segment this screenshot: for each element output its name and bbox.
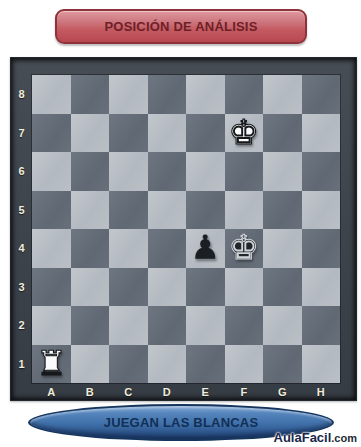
square-b5 bbox=[71, 191, 110, 230]
square-h5 bbox=[302, 191, 341, 230]
square-b6 bbox=[71, 152, 110, 191]
square-b3 bbox=[71, 268, 110, 307]
analysis-banner[interactable]: POSICIÓN DE ANÁLISIS bbox=[55, 9, 307, 44]
square-c4 bbox=[109, 229, 148, 268]
square-f7: ♚ bbox=[225, 114, 264, 153]
rank-label-2: 2 bbox=[11, 306, 32, 345]
rank-label-3: 3 bbox=[11, 268, 32, 307]
file-label-H: H bbox=[302, 383, 341, 400]
white-rook-a1: ♜ bbox=[36, 344, 66, 382]
square-d6 bbox=[148, 152, 187, 191]
square-b1 bbox=[71, 345, 110, 384]
square-c8 bbox=[109, 75, 148, 114]
file-label-D: D bbox=[148, 383, 187, 400]
square-b2 bbox=[71, 306, 110, 345]
square-a2 bbox=[32, 306, 71, 345]
square-e2 bbox=[186, 306, 225, 345]
square-d3 bbox=[148, 268, 187, 307]
square-f3 bbox=[225, 268, 264, 307]
square-c6 bbox=[109, 152, 148, 191]
square-f5 bbox=[225, 191, 264, 230]
square-a3 bbox=[32, 268, 71, 307]
square-g1 bbox=[263, 345, 302, 384]
square-b4 bbox=[71, 229, 110, 268]
file-labels: ABCDEFGH bbox=[32, 383, 340, 400]
square-c3 bbox=[109, 268, 148, 307]
square-a5 bbox=[32, 191, 71, 230]
square-b7 bbox=[71, 114, 110, 153]
file-label-G: G bbox=[263, 383, 302, 400]
square-d1 bbox=[148, 345, 187, 384]
file-label-C: C bbox=[109, 383, 148, 400]
square-f1 bbox=[225, 345, 264, 384]
white-king-f7: ♚ bbox=[229, 113, 259, 151]
square-g2 bbox=[263, 306, 302, 345]
rank-labels: 87654321 bbox=[11, 75, 32, 383]
square-d8 bbox=[148, 75, 187, 114]
square-d4 bbox=[148, 229, 187, 268]
square-f8 bbox=[225, 75, 264, 114]
chess-board: 87654321 ♚♟♚♜ ABCDEFGH bbox=[10, 57, 357, 401]
square-h6 bbox=[302, 152, 341, 191]
square-h2 bbox=[302, 306, 341, 345]
black-pawn-e4: ♟ bbox=[190, 228, 220, 266]
square-h8 bbox=[302, 75, 341, 114]
square-g8 bbox=[263, 75, 302, 114]
square-a1: ♜ bbox=[32, 345, 71, 384]
square-b8 bbox=[71, 75, 110, 114]
square-f4: ♚ bbox=[225, 229, 264, 268]
board-grid: ♚♟♚♜ bbox=[32, 75, 340, 383]
square-e6 bbox=[186, 152, 225, 191]
watermark: AulaFacil.com bbox=[274, 430, 357, 445]
square-h1 bbox=[302, 345, 341, 384]
file-label-B: B bbox=[71, 383, 110, 400]
square-e8 bbox=[186, 75, 225, 114]
square-d2 bbox=[148, 306, 187, 345]
file-label-E: E bbox=[186, 383, 225, 400]
square-d7 bbox=[148, 114, 187, 153]
rank-label-7: 7 bbox=[11, 114, 32, 153]
file-label-A: A bbox=[32, 383, 71, 400]
square-c2 bbox=[109, 306, 148, 345]
square-g5 bbox=[263, 191, 302, 230]
square-g3 bbox=[263, 268, 302, 307]
square-d5 bbox=[148, 191, 187, 230]
square-e4: ♟ bbox=[186, 229, 225, 268]
rank-label-5: 5 bbox=[11, 191, 32, 230]
square-h4 bbox=[302, 229, 341, 268]
square-a6 bbox=[32, 152, 71, 191]
square-e3 bbox=[186, 268, 225, 307]
square-a8 bbox=[32, 75, 71, 114]
file-label-F: F bbox=[225, 383, 264, 400]
square-g7 bbox=[263, 114, 302, 153]
rank-label-1: 1 bbox=[11, 345, 32, 384]
square-g4 bbox=[263, 229, 302, 268]
square-a7 bbox=[32, 114, 71, 153]
rank-label-6: 6 bbox=[11, 152, 32, 191]
square-e5 bbox=[186, 191, 225, 230]
square-h3 bbox=[302, 268, 341, 307]
square-c1 bbox=[109, 345, 148, 384]
square-e7 bbox=[186, 114, 225, 153]
square-a4 bbox=[32, 229, 71, 268]
square-c7 bbox=[109, 114, 148, 153]
watermark-tld: .com bbox=[331, 432, 357, 444]
square-h7 bbox=[302, 114, 341, 153]
rank-label-8: 8 bbox=[11, 75, 32, 114]
watermark-brand: AulaFacil bbox=[274, 430, 332, 445]
rank-label-4: 4 bbox=[11, 229, 32, 268]
square-e1 bbox=[186, 345, 225, 384]
black-king-f4: ♚ bbox=[229, 228, 259, 266]
square-f6 bbox=[225, 152, 264, 191]
square-f2 bbox=[225, 306, 264, 345]
square-c5 bbox=[109, 191, 148, 230]
square-g6 bbox=[263, 152, 302, 191]
